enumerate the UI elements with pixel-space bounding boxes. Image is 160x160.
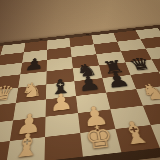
chess-board-scene: c ♟♞♜♛♛♞♝♟♟♟♞♟♟♝♚♝ [0,24,160,160]
piece-white-bishop[interactable]: ♝ [6,125,46,160]
square-d1[interactable] [44,133,82,160]
square-c1[interactable]: ♝ [6,137,45,160]
board-frame: c ♟♞♜♛♛♞♝♟♟♟♞♟♟♝♚♝ [0,24,160,160]
chess-board[interactable]: ♟♞♜♛♛♞♝♟♟♟♞♟♟♝♚♝ [0,28,160,160]
square-e1[interactable]: ♚ [80,129,121,157]
photo-stage: c ♟♞♜♛♛♞♝♟♟♟♞♟♟♝♚♝ [0,0,160,160]
